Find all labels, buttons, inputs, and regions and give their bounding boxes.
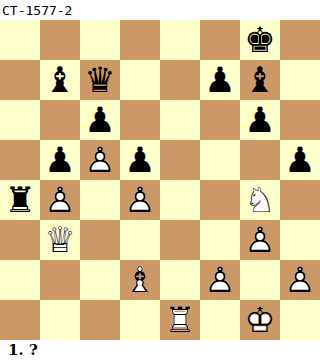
square-b8[interactable] xyxy=(40,20,80,60)
piece-black-pawn: ♟ xyxy=(40,140,80,180)
square-h5[interactable]: ♟ xyxy=(280,140,320,180)
square-c5[interactable]: ♟♙ xyxy=(80,140,120,180)
piece-white-knight: ♞♘ xyxy=(240,180,280,220)
piece-white-pawn: ♟♙ xyxy=(120,180,160,220)
piece-black-queen: ♛ xyxy=(80,60,120,100)
chess-board: ♚♝♛♟♝♟♟♟♟♙♟♟♜♟♙♟♙♞♘♛♕♟♙♝♗♟♙♟♙♜♖♚♔ xyxy=(0,20,320,340)
square-g4[interactable]: ♞♘ xyxy=(240,180,280,220)
piece-black-pawn: ♟ xyxy=(120,140,160,180)
piece-black-pawn: ♟ xyxy=(240,100,280,140)
piece-white-pawn: ♟♙ xyxy=(240,220,280,260)
piece-white-pawn: ♟♙ xyxy=(280,260,320,300)
square-b3[interactable]: ♛♕ xyxy=(40,220,80,260)
square-f8[interactable] xyxy=(200,20,240,60)
square-a4[interactable]: ♜ xyxy=(0,180,40,220)
square-d5[interactable]: ♟ xyxy=(120,140,160,180)
square-c2[interactable] xyxy=(80,260,120,300)
square-b1[interactable] xyxy=(40,300,80,340)
square-e8[interactable] xyxy=(160,20,200,60)
square-d1[interactable] xyxy=(120,300,160,340)
square-h1[interactable] xyxy=(280,300,320,340)
move-prompt: 1. ? xyxy=(0,340,320,360)
square-g1[interactable]: ♚♔ xyxy=(240,300,280,340)
square-b2[interactable] xyxy=(40,260,80,300)
square-e2[interactable] xyxy=(160,260,200,300)
square-h4[interactable] xyxy=(280,180,320,220)
square-f1[interactable] xyxy=(200,300,240,340)
square-f3[interactable] xyxy=(200,220,240,260)
square-c6[interactable]: ♟ xyxy=(80,100,120,140)
square-a1[interactable] xyxy=(0,300,40,340)
square-d2[interactable]: ♝♗ xyxy=(120,260,160,300)
piece-black-bishop: ♝ xyxy=(40,60,80,100)
square-a5[interactable] xyxy=(0,140,40,180)
piece-white-king: ♚♔ xyxy=(240,300,280,340)
square-h8[interactable] xyxy=(280,20,320,60)
square-g7[interactable]: ♝ xyxy=(240,60,280,100)
piece-black-king: ♚ xyxy=(240,20,280,60)
square-e4[interactable] xyxy=(160,180,200,220)
piece-white-bishop: ♝♗ xyxy=(120,260,160,300)
square-d8[interactable] xyxy=(120,20,160,60)
square-f5[interactable] xyxy=(200,140,240,180)
square-e5[interactable] xyxy=(160,140,200,180)
square-c8[interactable] xyxy=(80,20,120,60)
square-c3[interactable] xyxy=(80,220,120,260)
square-d6[interactable] xyxy=(120,100,160,140)
square-a2[interactable] xyxy=(0,260,40,300)
piece-black-bishop: ♝ xyxy=(240,60,280,100)
square-g6[interactable]: ♟ xyxy=(240,100,280,140)
square-b6[interactable] xyxy=(40,100,80,140)
square-b7[interactable]: ♝ xyxy=(40,60,80,100)
piece-white-pawn: ♟♙ xyxy=(80,140,120,180)
square-f7[interactable]: ♟ xyxy=(200,60,240,100)
square-g5[interactable] xyxy=(240,140,280,180)
square-d7[interactable] xyxy=(120,60,160,100)
piece-black-pawn: ♟ xyxy=(200,60,240,100)
square-h3[interactable] xyxy=(280,220,320,260)
square-c4[interactable] xyxy=(80,180,120,220)
square-e1[interactable]: ♜♖ xyxy=(160,300,200,340)
piece-black-pawn: ♟ xyxy=(280,140,320,180)
square-c1[interactable] xyxy=(80,300,120,340)
square-f2[interactable]: ♟♙ xyxy=(200,260,240,300)
piece-white-pawn: ♟♙ xyxy=(40,180,80,220)
square-d3[interactable] xyxy=(120,220,160,260)
square-e3[interactable] xyxy=(160,220,200,260)
square-a6[interactable] xyxy=(0,100,40,140)
piece-black-pawn: ♟ xyxy=(80,100,120,140)
square-a3[interactable] xyxy=(0,220,40,260)
square-e6[interactable] xyxy=(160,100,200,140)
square-e7[interactable] xyxy=(160,60,200,100)
square-a8[interactable] xyxy=(0,20,40,60)
piece-white-queen: ♛♕ xyxy=(40,220,80,260)
square-g3[interactable]: ♟♙ xyxy=(240,220,280,260)
square-b4[interactable]: ♟♙ xyxy=(40,180,80,220)
square-b5[interactable]: ♟ xyxy=(40,140,80,180)
square-g2[interactable] xyxy=(240,260,280,300)
piece-white-pawn: ♟♙ xyxy=(200,260,240,300)
square-f4[interactable] xyxy=(200,180,240,220)
piece-black-rook: ♜ xyxy=(0,180,40,220)
square-d4[interactable]: ♟♙ xyxy=(120,180,160,220)
square-c7[interactable]: ♛ xyxy=(80,60,120,100)
square-h6[interactable] xyxy=(280,100,320,140)
square-g8[interactable]: ♚ xyxy=(240,20,280,60)
square-h7[interactable] xyxy=(280,60,320,100)
square-f6[interactable] xyxy=(200,100,240,140)
square-a7[interactable] xyxy=(0,60,40,100)
piece-white-rook: ♜♖ xyxy=(160,300,200,340)
puzzle-id: CT-1577-2 xyxy=(0,0,320,20)
square-h2[interactable]: ♟♙ xyxy=(280,260,320,300)
